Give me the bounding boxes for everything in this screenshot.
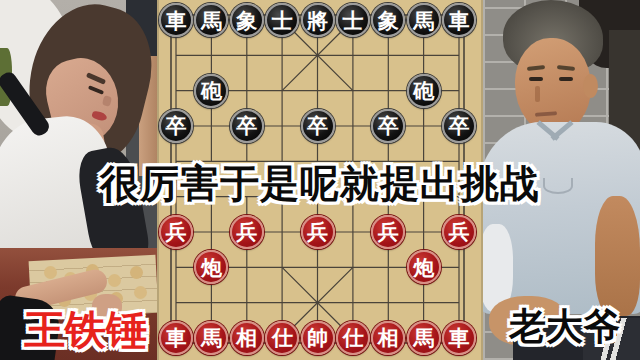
piece-black-soldier[interactable]: 卒 <box>442 109 476 143</box>
right-player-label: 老大爷 <box>509 302 620 352</box>
piece-black-chariot[interactable]: 車 <box>442 3 476 37</box>
piece-black-soldier[interactable]: 卒 <box>159 109 193 143</box>
piece-red-cannon[interactable]: 炮 <box>407 250 441 284</box>
piece-red-cannon[interactable]: 炮 <box>194 250 228 284</box>
man-nose <box>535 86 540 102</box>
piece-red-soldier[interactable]: 兵 <box>371 215 405 249</box>
man-shirt-pocket <box>543 178 573 194</box>
table-pieces <box>44 266 57 279</box>
subtitle-caption: 很厉害于是呢就提出挑战 <box>100 157 540 211</box>
piece-black-cannon[interactable]: 砲 <box>407 74 441 108</box>
piece-red-general[interactable]: 帥 <box>301 321 335 355</box>
piece-black-general[interactable]: 將 <box>301 3 335 37</box>
piece-red-soldier[interactable]: 兵 <box>230 215 264 249</box>
piece-red-advisor[interactable]: 仕 <box>265 321 299 355</box>
piece-black-chariot[interactable]: 車 <box>159 3 193 37</box>
man-ear <box>583 74 598 98</box>
piece-red-horse[interactable]: 馬 <box>407 321 441 355</box>
piece-black-soldier[interactable]: 卒 <box>371 109 405 143</box>
piece-red-soldier[interactable]: 兵 <box>159 215 193 249</box>
piece-black-elephant[interactable]: 象 <box>371 3 405 37</box>
piece-black-elephant[interactable]: 象 <box>230 3 264 37</box>
man-arm <box>595 196 640 316</box>
piece-red-soldier[interactable]: 兵 <box>442 215 476 249</box>
piece-red-advisor[interactable]: 仕 <box>336 321 370 355</box>
man-eye-left <box>529 77 543 81</box>
piece-red-soldier[interactable]: 兵 <box>301 215 335 249</box>
piece-red-chariot[interactable]: 車 <box>442 321 476 355</box>
man-eye-right <box>559 77 573 81</box>
man-face <box>515 38 591 134</box>
piece-black-soldier[interactable]: 卒 <box>301 109 335 143</box>
piece-black-advisor[interactable]: 士 <box>336 3 370 37</box>
left-player-label: 王铁锤 <box>24 303 147 358</box>
piece-black-advisor[interactable]: 士 <box>265 3 299 37</box>
piece-black-horse[interactable]: 馬 <box>194 3 228 37</box>
piece-red-elephant[interactable]: 相 <box>230 321 264 355</box>
piece-red-elephant[interactable]: 相 <box>371 321 405 355</box>
piece-red-chariot[interactable]: 車 <box>159 321 193 355</box>
piece-black-cannon[interactable]: 砲 <box>194 74 228 108</box>
piece-black-soldier[interactable]: 卒 <box>230 109 264 143</box>
piece-black-horse[interactable]: 馬 <box>407 3 441 37</box>
video-frame: 車馬象士將士象馬車砲砲卒卒卒卒卒兵兵兵兵兵炮炮車馬相仕帥仕相馬車 很厉害于是呢就… <box>0 0 640 360</box>
piece-red-horse[interactable]: 馬 <box>194 321 228 355</box>
